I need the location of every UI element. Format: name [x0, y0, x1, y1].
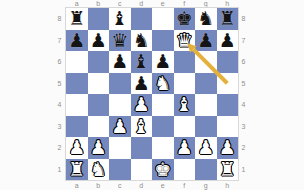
square-f5[interactable] [174, 73, 196, 95]
square-f7[interactable]: ♛ [174, 30, 196, 52]
square-h5[interactable] [217, 73, 239, 95]
square-h4[interactable] [217, 94, 239, 116]
rank-label-4: 4 [239, 94, 248, 116]
square-f4[interactable]: ♝ [174, 94, 196, 116]
square-b5[interactable] [88, 73, 110, 95]
file-label-f: f [174, 182, 196, 190]
square-a3[interactable] [66, 116, 88, 138]
square-c2[interactable] [109, 137, 131, 159]
file-label-d: d [131, 0, 153, 7]
square-d8[interactable] [131, 8, 153, 30]
rank-label-2: 2 [55, 137, 64, 159]
black-bishop-d6[interactable]: ♝ [133, 52, 150, 71]
white-rook-h1[interactable]: ♜ [219, 159, 236, 178]
file-label-b: b [88, 182, 110, 190]
white-knight-b1[interactable]: ♞ [90, 159, 107, 178]
square-c1[interactable] [109, 159, 131, 181]
square-b7[interactable]: ♟ [88, 30, 110, 52]
file-label-e: e [152, 182, 174, 190]
square-a6[interactable] [66, 51, 88, 73]
square-f1[interactable] [174, 159, 196, 181]
white-pawn-a2[interactable]: ♟ [68, 138, 85, 157]
square-e7[interactable] [152, 30, 174, 52]
square-b3[interactable] [88, 116, 110, 138]
file-labels-bottom: abcdefgh [66, 182, 238, 190]
rank-label-6: 6 [239, 51, 248, 73]
square-b8[interactable] [88, 8, 110, 30]
black-knight-d7[interactable]: ♞ [133, 30, 150, 49]
square-g8[interactable]: ♞ [195, 8, 217, 30]
square-d6[interactable]: ♝ [131, 51, 153, 73]
rank-label-4: 4 [55, 94, 64, 116]
file-label-d: d [131, 182, 153, 190]
black-rook-h8[interactable]: ♜ [219, 9, 236, 28]
white-bishop-f4[interactable]: ♝ [176, 95, 193, 114]
square-h3[interactable] [217, 116, 239, 138]
black-pawn-d5[interactable]: ♟ [133, 73, 150, 92]
square-e5[interactable]: ♞ [152, 73, 174, 95]
square-d3[interactable]: ♝ [131, 116, 153, 138]
square-b6[interactable] [88, 51, 110, 73]
rank-label-8: 8 [55, 8, 64, 30]
square-a7[interactable]: ♟ [66, 30, 88, 52]
rank-label-7: 7 [55, 30, 64, 52]
black-pawn-g7[interactable]: ♟ [197, 30, 214, 49]
white-queen-f7[interactable]: ♛ [176, 30, 193, 49]
file-label-e: e [152, 0, 174, 7]
rank-label-3: 3 [55, 116, 64, 138]
rank-labels-right: 87654321 [239, 8, 248, 180]
square-h6[interactable] [217, 51, 239, 73]
square-c7[interactable]: ♛ [109, 30, 131, 52]
black-rook-a8[interactable]: ♜ [68, 9, 85, 28]
square-g7[interactable]: ♟ [195, 30, 217, 52]
square-e4[interactable] [152, 94, 174, 116]
square-g1[interactable] [195, 159, 217, 181]
black-king-f8[interactable]: ♚ [176, 9, 193, 28]
rank-label-2: 2 [239, 137, 248, 159]
black-pawn-e6[interactable]: ♟ [154, 52, 171, 71]
white-pawn-f2[interactable]: ♟ [176, 138, 193, 157]
square-d2[interactable] [131, 137, 153, 159]
square-h2[interactable]: ♟ [217, 137, 239, 159]
file-label-c: c [109, 182, 131, 190]
square-c3[interactable]: ♟ [109, 116, 131, 138]
square-e2[interactable] [152, 137, 174, 159]
square-e1[interactable]: ♚ [152, 159, 174, 181]
file-label-h: h [217, 182, 239, 190]
file-label-g: g [195, 182, 217, 190]
rank-label-5: 5 [55, 73, 64, 95]
rank-label-6: 6 [55, 51, 64, 73]
black-queen-c7[interactable]: ♛ [111, 30, 128, 49]
square-f2[interactable]: ♟ [174, 137, 196, 159]
white-pawn-g2[interactable]: ♟ [197, 138, 214, 157]
square-c8[interactable]: ♝ [109, 8, 131, 30]
file-label-a: a [66, 182, 88, 190]
black-pawn-b7[interactable]: ♟ [90, 30, 107, 49]
black-pawn-c6[interactable]: ♟ [111, 52, 128, 71]
square-b2[interactable]: ♟ [88, 137, 110, 159]
rank-label-1: 1 [239, 159, 248, 181]
black-knight-g8[interactable]: ♞ [197, 9, 214, 28]
square-f6[interactable] [174, 51, 196, 73]
square-g3[interactable] [195, 116, 217, 138]
rank-label-3: 3 [239, 116, 248, 138]
square-e6[interactable]: ♟ [152, 51, 174, 73]
white-pawn-h2[interactable]: ♟ [219, 138, 236, 157]
white-rook-a1[interactable]: ♜ [68, 159, 85, 178]
rank-labels-left: 87654321 [55, 8, 64, 180]
white-bishop-d3[interactable]: ♝ [133, 116, 150, 135]
square-g4[interactable] [195, 94, 217, 116]
square-g2[interactable]: ♟ [195, 137, 217, 159]
square-a1[interactable]: ♜ [66, 159, 88, 181]
square-d4[interactable]: ♟ [131, 94, 153, 116]
square-e3[interactable] [152, 116, 174, 138]
board[interactable]: ♜♝♚♞♜♟♟♛♞♛♟♟♟♝♟♟♞♟♝♟♝♟♟♟♟♟♜♞♚♜ [65, 7, 239, 181]
square-a2[interactable]: ♟ [66, 137, 88, 159]
square-d1[interactable] [131, 159, 153, 181]
white-king-e1[interactable]: ♚ [154, 159, 171, 178]
square-c6[interactable]: ♟ [109, 51, 131, 73]
white-pawn-d4[interactable]: ♟ [133, 95, 150, 114]
black-bishop-c8[interactable]: ♝ [111, 9, 128, 28]
square-f8[interactable]: ♚ [174, 8, 196, 30]
board-area: abcdefgh 87654321 ♜♝♚♞♜♟♟♛♞♛♟♟♟♝♟♟♞♟♝♟♝♟… [0, 0, 304, 190]
white-pawn-c3[interactable]: ♟ [111, 116, 128, 135]
rank-label-5: 5 [239, 73, 248, 95]
square-c5[interactable] [109, 73, 131, 95]
square-a5[interactable] [66, 73, 88, 95]
black-pawn-h7[interactable]: ♟ [219, 30, 236, 49]
square-h8[interactable]: ♜ [217, 8, 239, 30]
square-d5[interactable]: ♟ [131, 73, 153, 95]
square-a4[interactable] [66, 94, 88, 116]
square-c4[interactable] [109, 94, 131, 116]
white-knight-e5[interactable]: ♞ [154, 73, 171, 92]
square-e8[interactable] [152, 8, 174, 30]
black-pawn-a7[interactable]: ♟ [68, 30, 85, 49]
white-pawn-b2[interactable]: ♟ [90, 138, 107, 157]
square-f3[interactable] [174, 116, 196, 138]
square-d7[interactable]: ♞ [131, 30, 153, 52]
square-h7[interactable]: ♟ [217, 30, 239, 52]
square-a8[interactable]: ♜ [66, 8, 88, 30]
square-g6[interactable] [195, 51, 217, 73]
square-b4[interactable] [88, 94, 110, 116]
rank-label-7: 7 [239, 30, 248, 52]
square-g5[interactable] [195, 73, 217, 95]
file-label-b: b [88, 0, 110, 7]
square-h1[interactable]: ♜ [217, 159, 239, 181]
rank-label-1: 1 [55, 159, 64, 181]
rank-label-8: 8 [239, 8, 248, 30]
square-b1[interactable]: ♞ [88, 159, 110, 181]
